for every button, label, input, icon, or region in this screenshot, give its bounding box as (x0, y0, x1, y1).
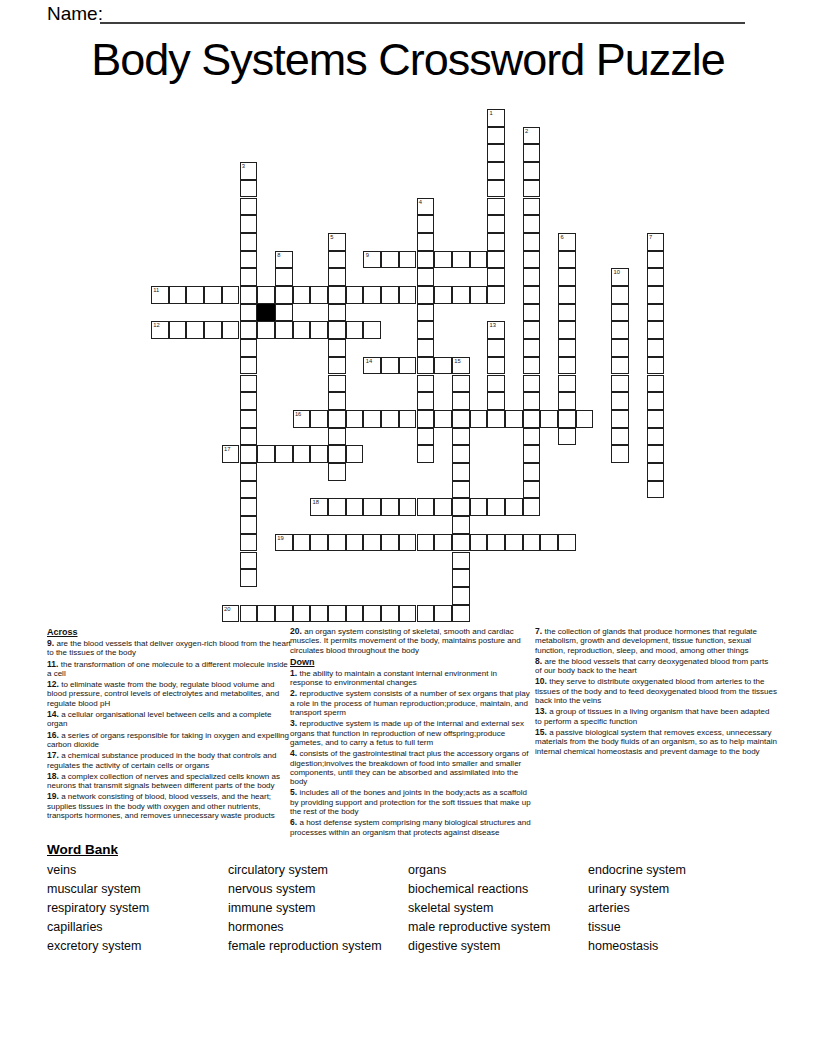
grid-cell[interactable] (558, 392, 576, 410)
grid-cell[interactable] (204, 321, 222, 339)
clue-number-10: 10 (613, 269, 619, 276)
grid-cell[interactable] (523, 321, 541, 339)
grid-cell[interactable] (240, 428, 258, 446)
grid-cell[interactable] (523, 198, 541, 216)
grid-cell[interactable] (346, 410, 364, 428)
grid-cell[interactable] (452, 605, 470, 623)
grid-cell[interactable] (487, 144, 505, 162)
grid-cell[interactable] (611, 392, 629, 410)
grid-cell[interactable] (523, 286, 541, 304)
grid-cell[interactable] (417, 534, 435, 552)
grid-cell[interactable] (222, 321, 240, 339)
grid-cell[interactable] (240, 445, 258, 463)
grid-cell[interactable] (647, 463, 665, 481)
grid-cell[interactable] (417, 445, 435, 463)
clue-across-14: 14. a cellular organisational level betw… (47, 710, 291, 729)
grid-cell[interactable]: 9 (363, 251, 381, 269)
grid-cell[interactable] (169, 286, 187, 304)
grid-cell[interactable] (240, 357, 258, 375)
grid-cell[interactable] (417, 392, 435, 410)
grid-cell[interactable] (558, 268, 576, 286)
clue-across-20: 20. an organ system consisting of skelet… (290, 627, 532, 655)
grid-cell[interactable] (452, 428, 470, 446)
grid-cell[interactable] (275, 286, 293, 304)
grid-cell[interactable] (558, 321, 576, 339)
word-bank-item: urinary system (588, 880, 768, 899)
grid-cell[interactable] (169, 321, 187, 339)
clue-number-2: 2 (525, 128, 528, 135)
grid-cell[interactable] (381, 410, 399, 428)
grid-cell[interactable] (487, 198, 505, 216)
grid-cell[interactable] (452, 463, 470, 481)
grid-cell[interactable] (540, 410, 558, 428)
grid-cell[interactable]: 2 (523, 127, 541, 145)
grid-cell[interactable] (417, 498, 435, 516)
clue-down-8: 8. are the blood vessels that carry deox… (535, 657, 777, 676)
grid-cell[interactable] (328, 357, 346, 375)
grid-cell[interactable] (310, 445, 328, 463)
grid-cell[interactable] (240, 481, 258, 499)
grid-cell[interactable] (452, 534, 470, 552)
grid-cell[interactable] (240, 215, 258, 233)
grid-cell[interactable] (647, 392, 665, 410)
grid-cell[interactable] (240, 251, 258, 269)
grid-cell[interactable]: 13 (487, 321, 505, 339)
grid-cell[interactable] (487, 215, 505, 233)
grid-cell[interactable] (452, 392, 470, 410)
grid-cell[interactable] (328, 392, 346, 410)
grid-cell[interactable] (328, 428, 346, 446)
word-bank-item: male reproductive system (408, 918, 588, 937)
grid-cell[interactable] (293, 534, 311, 552)
grid-cell[interactable]: 11 (151, 286, 169, 304)
grid-cell[interactable] (346, 605, 364, 623)
clue-down-7: 7. the collection of glands that produce… (535, 627, 777, 655)
grid-cell[interactable]: 15 (452, 357, 470, 375)
grid-cell[interactable] (611, 410, 629, 428)
grid-cell[interactable] (523, 162, 541, 180)
clue-number-19: 19 (277, 535, 283, 542)
grid-cell[interactable] (293, 445, 311, 463)
grid-cell[interactable] (240, 392, 258, 410)
grid-cell[interactable] (487, 233, 505, 251)
grid-cell[interactable] (310, 321, 328, 339)
word-bank-item: veins (47, 861, 227, 880)
grid-cell[interactable] (363, 605, 381, 623)
grid-cell[interactable] (647, 428, 665, 446)
grid-cell[interactable] (523, 268, 541, 286)
grid-cell[interactable] (381, 357, 399, 375)
grid-cell[interactable] (470, 410, 488, 428)
grid-cell[interactable] (558, 357, 576, 375)
grid-cell[interactable] (240, 605, 258, 623)
grid-cell[interactable] (399, 410, 417, 428)
grid-cell[interactable] (558, 304, 576, 322)
grid-cell[interactable] (222, 286, 240, 304)
grid-cell[interactable] (328, 339, 346, 357)
grid-cell[interactable] (505, 410, 523, 428)
grid-cell[interactable] (417, 410, 435, 428)
grid-cell[interactable] (647, 304, 665, 322)
grid-cell[interactable]: 8 (275, 251, 293, 269)
grid-cell[interactable] (434, 498, 452, 516)
grid-cell[interactable] (452, 587, 470, 605)
grid-cell[interactable] (310, 286, 328, 304)
grid-cell[interactable] (611, 357, 629, 375)
clue-number-3: 3 (242, 163, 245, 170)
grid-cell[interactable] (523, 498, 541, 516)
grid-cell[interactable] (523, 481, 541, 499)
grid-cell[interactable] (381, 498, 399, 516)
grid-cell[interactable] (558, 428, 576, 446)
word-bank-item: digestive system (408, 937, 588, 956)
grid-cell[interactable] (487, 127, 505, 145)
grid-cell[interactable] (310, 534, 328, 552)
clue-across-9: 9. are the blood vessels that deliver ox… (47, 639, 291, 658)
grid-cell[interactable] (275, 304, 293, 322)
grid-cell[interactable] (417, 357, 435, 375)
grid-cell[interactable] (240, 180, 258, 198)
grid-cell[interactable] (611, 286, 629, 304)
grid-cell[interactable] (558, 410, 576, 428)
grid-cell[interactable] (487, 162, 505, 180)
grid-cell[interactable] (240, 552, 258, 570)
grid-cell[interactable] (346, 445, 364, 463)
grid-cell[interactable] (417, 286, 435, 304)
across-header: Across (47, 627, 291, 637)
grid-cell[interactable] (452, 498, 470, 516)
grid-cell[interactable] (328, 463, 346, 481)
grid-cell[interactable] (328, 251, 346, 269)
grid-cell[interactable] (487, 392, 505, 410)
grid-cell[interactable] (434, 286, 452, 304)
grid-cell[interactable] (523, 233, 541, 251)
grid-cell[interactable] (434, 534, 452, 552)
grid-cell[interactable]: 20 (222, 605, 240, 623)
grid-cell[interactable] (240, 516, 258, 534)
word-bank-item: immune system (228, 899, 408, 918)
grid-cell[interactable] (417, 233, 435, 251)
grid-cell[interactable] (186, 321, 204, 339)
grid-cell[interactable] (293, 286, 311, 304)
grid-cell[interactable] (257, 445, 275, 463)
word-bank-item: muscular system (47, 880, 227, 899)
grid-cell[interactable] (558, 534, 576, 552)
grid-cell[interactable] (647, 481, 665, 499)
grid-cell[interactable] (611, 375, 629, 393)
grid-cell[interactable] (487, 410, 505, 428)
name-label: Name: (47, 3, 103, 25)
grid-cell[interactable] (240, 534, 258, 552)
clue-across-16: 16. a series of organs responsible for t… (47, 731, 291, 750)
grid-cell[interactable] (417, 605, 435, 623)
grid-cell[interactable] (523, 392, 541, 410)
clue-across-11: 11. the transformation of one molecule t… (47, 660, 291, 679)
grid-cell[interactable] (523, 428, 541, 446)
clue-down-2: 2. reproductive system consists of a num… (290, 689, 532, 717)
grid-cell[interactable] (487, 357, 505, 375)
grid-cell[interactable] (240, 268, 258, 286)
clue-across-18: 18. a complex collection of nerves and s… (47, 772, 291, 791)
grid-cell[interactable] (240, 569, 258, 587)
grid-cell[interactable] (310, 410, 328, 428)
grid-cell[interactable] (275, 321, 293, 339)
grid-cell[interactable] (346, 286, 364, 304)
clue-number-11: 11 (153, 287, 159, 294)
grid-cell[interactable] (523, 251, 541, 269)
grid-cell[interactable] (204, 286, 222, 304)
grid-cell[interactable] (470, 251, 488, 269)
word-bank-column: veinsmuscular systemrespiratory systemca… (47, 861, 227, 956)
grid-cell[interactable] (523, 304, 541, 322)
grid-cell[interactable] (558, 339, 576, 357)
grid-cell[interactable] (452, 375, 470, 393)
grid-cell[interactable] (611, 428, 629, 446)
grid-cell[interactable] (381, 286, 399, 304)
grid-cell[interactable]: 14 (363, 357, 381, 375)
grid-cell[interactable] (523, 339, 541, 357)
grid-cell[interactable] (240, 498, 258, 516)
clue-number-14: 14 (366, 358, 372, 365)
grid-cell[interactable] (523, 180, 541, 198)
grid-cell[interactable] (399, 498, 417, 516)
grid-cell[interactable] (363, 321, 381, 339)
grid-cell[interactable] (240, 286, 258, 304)
grid-cell[interactable] (399, 357, 417, 375)
grid-cell[interactable] (523, 534, 541, 552)
grid-cell[interactable] (540, 534, 558, 552)
clue-number-20: 20 (224, 606, 230, 613)
grid-cell[interactable] (417, 339, 435, 357)
grid-cell[interactable] (240, 304, 258, 322)
grid-cell[interactable] (647, 357, 665, 375)
clue-number-15: 15 (454, 358, 460, 365)
grid-cell[interactable] (647, 445, 665, 463)
grid-cell[interactable] (452, 286, 470, 304)
grid-cell[interactable] (328, 304, 346, 322)
grid-cell[interactable] (611, 445, 629, 463)
grid-cell[interactable]: 16 (293, 410, 311, 428)
grid-cell[interactable] (434, 251, 452, 269)
grid-cell[interactable]: 7 (647, 233, 665, 251)
word-bank-item: skeletal system (408, 899, 588, 918)
grid-cell[interactable] (505, 534, 523, 552)
grid-cell[interactable] (487, 251, 505, 269)
grid-cell[interactable] (417, 215, 435, 233)
grid-cell[interactable] (523, 463, 541, 481)
word-bank-item: excretory system (47, 937, 227, 956)
grid-cell[interactable] (611, 304, 629, 322)
grid-cell[interactable] (186, 286, 204, 304)
grid-cell[interactable] (257, 286, 275, 304)
grid-cell[interactable] (240, 410, 258, 428)
grid-cell[interactable] (452, 516, 470, 534)
grid-cell[interactable] (328, 534, 346, 552)
grid-cell[interactable] (381, 534, 399, 552)
grid-cell[interactable] (328, 321, 346, 339)
grid-cell[interactable] (487, 268, 505, 286)
grid-cell[interactable] (381, 251, 399, 269)
grid-cell[interactable] (470, 286, 488, 304)
grid-cell[interactable] (647, 339, 665, 357)
grid-cell[interactable] (523, 215, 541, 233)
grid-cell[interactable]: 5 (328, 233, 346, 251)
clue-number-8: 8 (277, 252, 280, 259)
clue-column-right: 7. the collection of glands that produce… (535, 627, 777, 758)
grid-cell[interactable] (417, 268, 435, 286)
grid-cell[interactable]: 3 (240, 162, 258, 180)
grid-cell[interactable] (487, 286, 505, 304)
grid-cell[interactable] (523, 410, 541, 428)
grid-cell[interactable] (328, 498, 346, 516)
grid-cell[interactable] (346, 534, 364, 552)
clue-down-1: 1. the ability to maintain a constant in… (290, 669, 532, 688)
grid-cell[interactable] (381, 605, 399, 623)
grid-cell[interactable] (487, 180, 505, 198)
clue-number-18: 18 (313, 499, 319, 506)
grid-cell[interactable] (363, 534, 381, 552)
grid-cell[interactable] (470, 534, 488, 552)
word-bank-item: circulatory system (228, 861, 408, 880)
grid-cell[interactable] (257, 605, 275, 623)
grid-cell[interactable]: 12 (151, 321, 169, 339)
grid-cell[interactable] (611, 339, 629, 357)
grid-cell[interactable] (417, 304, 435, 322)
grid-cell[interactable] (417, 375, 435, 393)
word-bank-item: tissue (588, 918, 768, 937)
word-bank-header: Word Bank (47, 842, 118, 857)
grid-cell[interactable]: 18 (310, 498, 328, 516)
grid-cell[interactable] (363, 498, 381, 516)
clue-number-12: 12 (153, 322, 159, 329)
grid-cell[interactable] (487, 339, 505, 357)
grid-cell[interactable] (346, 321, 364, 339)
clue-down-10: 10. they serve to distribute oxygenated … (535, 677, 777, 705)
clue-number-16: 16 (295, 411, 301, 418)
grid-cell[interactable] (558, 286, 576, 304)
grid-cell[interactable]: 1 (487, 109, 505, 127)
clue-number-5: 5 (330, 234, 333, 241)
grid-cell[interactable]: 10 (611, 268, 629, 286)
grid-cell[interactable] (523, 445, 541, 463)
grid-cell[interactable] (523, 375, 541, 393)
down-header: Down (290, 657, 532, 667)
grid-cell[interactable] (346, 498, 364, 516)
grid-cell[interactable] (328, 445, 346, 463)
grid-cell[interactable] (417, 321, 435, 339)
grid-cell[interactable] (523, 144, 541, 162)
clue-number-4: 4 (419, 199, 422, 206)
grid-cell[interactable] (417, 428, 435, 446)
grid-cell[interactable] (257, 321, 275, 339)
grid-cell[interactable] (452, 445, 470, 463)
grid-cell[interactable]: 6 (558, 233, 576, 251)
grid-cell[interactable] (275, 605, 293, 623)
grid-cell[interactable] (558, 375, 576, 393)
grid-cell[interactable]: 17 (222, 445, 240, 463)
grid-cell[interactable] (328, 268, 346, 286)
grid-cell[interactable] (611, 321, 629, 339)
word-bank-item: biochemical reactions (408, 880, 588, 899)
grid-cell[interactable] (647, 251, 665, 269)
grid-cell[interactable] (363, 286, 381, 304)
clue-down-4: 4. consists of the gastrointestinal trac… (290, 749, 532, 786)
grid-cell[interactable] (275, 268, 293, 286)
grid-cell[interactable] (240, 463, 258, 481)
grid-cell[interactable] (434, 357, 452, 375)
grid-cell[interactable] (558, 251, 576, 269)
word-bank-item: organs (408, 861, 588, 880)
grid-cell[interactable] (434, 410, 452, 428)
word-bank-column: circulatory systemnervous systemimmune s… (228, 861, 408, 956)
grid-cell[interactable]: 19 (275, 534, 293, 552)
clue-across-19: 19. a network consisting of blood, blood… (47, 792, 291, 820)
grid-cell[interactable] (293, 321, 311, 339)
grid-cell[interactable] (470, 498, 488, 516)
grid-cell[interactable] (328, 286, 346, 304)
grid-cell[interactable] (487, 498, 505, 516)
grid-cell[interactable] (452, 552, 470, 570)
grid-cell[interactable] (434, 605, 452, 623)
grid-cell[interactable] (505, 498, 523, 516)
grid-cell[interactable] (647, 321, 665, 339)
grid-cell[interactable] (293, 605, 311, 623)
grid-cell[interactable] (240, 375, 258, 393)
grid-cell[interactable] (523, 357, 541, 375)
grid-cell[interactable] (399, 251, 417, 269)
grid-cell[interactable] (452, 410, 470, 428)
grid-cell[interactable] (328, 410, 346, 428)
grid-cell[interactable] (363, 410, 381, 428)
grid-cell[interactable]: 4 (417, 198, 435, 216)
clue-across-12: 12. to eliminate waste from the body, re… (47, 680, 291, 708)
grid-cell[interactable] (328, 375, 346, 393)
grid-cell[interactable] (452, 251, 470, 269)
grid-cell[interactable] (275, 445, 293, 463)
name-blank-line (100, 2, 745, 24)
grid-cell[interactable] (328, 605, 346, 623)
word-bank-item: respiratory system (47, 899, 227, 918)
clue-down-15: 15. a passive biological system that rem… (535, 728, 777, 756)
grid-cell[interactable] (487, 375, 505, 393)
grid-cell[interactable] (647, 410, 665, 428)
grid-cell[interactable] (240, 339, 258, 357)
grid-cell[interactable] (399, 605, 417, 623)
grid-cell[interactable] (647, 286, 665, 304)
word-bank-item: hormones (228, 918, 408, 937)
crossword-grid: 1234567891011121314151617181920 (151, 109, 665, 623)
grid-cell[interactable] (647, 268, 665, 286)
grid-cell[interactable] (240, 321, 258, 339)
grid-cell[interactable] (452, 569, 470, 587)
word-bank-item: capillaries (47, 918, 227, 937)
clue-number-13: 13 (490, 322, 496, 329)
word-bank-item: nervous system (228, 880, 408, 899)
clue-down-6: 6. a host defense system comprising many… (290, 818, 532, 837)
grid-cell[interactable] (452, 481, 470, 499)
word-bank-item: arteries (588, 899, 768, 918)
grid-cell[interactable] (310, 605, 328, 623)
worksheet-page: { "game": "crossword", "page": { "name_l… (0, 0, 816, 1056)
grid-cell[interactable] (399, 534, 417, 552)
grid-cell[interactable] (240, 233, 258, 251)
grid-cell[interactable] (240, 198, 258, 216)
grid-cell[interactable] (417, 251, 435, 269)
grid-cell[interactable] (576, 410, 594, 428)
grid-cell[interactable] (399, 286, 417, 304)
grid-cell[interactable] (487, 534, 505, 552)
grid-cell[interactable] (647, 375, 665, 393)
